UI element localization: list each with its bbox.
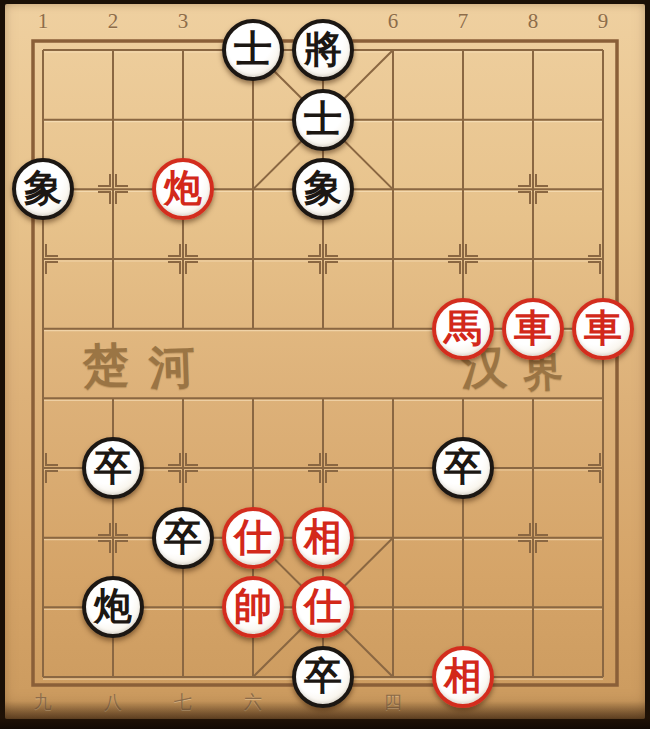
piece-char: 炮 (164, 169, 202, 207)
board-grid[interactable]: 士將士象炮象馬車車卒卒卒仕相炮帥仕卒相 (8, 15, 638, 712)
piece-char: 帥 (234, 587, 272, 625)
piece-char: 炮 (94, 587, 132, 625)
piece-char: 相 (304, 518, 342, 556)
piece-char: 車 (514, 309, 552, 347)
piece-char: 象 (304, 169, 342, 207)
piece-char: 卒 (94, 448, 132, 486)
piece-red-general[interactable]: 帥 (222, 576, 284, 638)
piece-char: 將 (304, 30, 342, 68)
piece-red-cannon[interactable]: 炮 (152, 158, 214, 220)
piece-char: 馬 (444, 309, 482, 347)
piece-red-elephant[interactable]: 相 (292, 507, 354, 569)
piece-char: 士 (304, 100, 342, 138)
piece-red-chariot[interactable]: 車 (502, 298, 564, 360)
piece-char: 士 (234, 30, 272, 68)
piece-char: 相 (444, 657, 482, 695)
piece-black-cannon[interactable]: 炮 (82, 576, 144, 638)
piece-char: 仕 (304, 587, 342, 625)
piece-black-advisor[interactable]: 士 (222, 19, 284, 81)
piece-black-soldier[interactable]: 卒 (292, 646, 354, 708)
piece-char: 象 (24, 169, 62, 207)
piece-red-horse[interactable]: 馬 (432, 298, 494, 360)
piece-black-elephant[interactable]: 象 (292, 158, 354, 220)
piece-red-chariot[interactable]: 車 (572, 298, 634, 360)
piece-char: 仕 (234, 518, 272, 556)
piece-red-advisor[interactable]: 仕 (222, 507, 284, 569)
piece-black-elephant[interactable]: 象 (12, 158, 74, 220)
piece-char: 卒 (304, 657, 342, 695)
piece-black-soldier[interactable]: 卒 (432, 437, 494, 499)
piece-char: 卒 (444, 448, 482, 486)
piece-red-advisor[interactable]: 仕 (292, 576, 354, 638)
piece-black-soldier[interactable]: 卒 (152, 507, 214, 569)
piece-black-general[interactable]: 將 (292, 19, 354, 81)
xiangqi-screenshot: 楚河汉界 1236789九八七六四 士將士象炮象馬車車卒卒卒仕相炮帥仕卒相 (0, 0, 650, 729)
piece-char: 車 (584, 309, 622, 347)
piece-red-elephant[interactable]: 相 (432, 646, 494, 708)
piece-char: 卒 (164, 518, 202, 556)
piece-black-soldier[interactable]: 卒 (82, 437, 144, 499)
piece-black-advisor[interactable]: 士 (292, 89, 354, 151)
